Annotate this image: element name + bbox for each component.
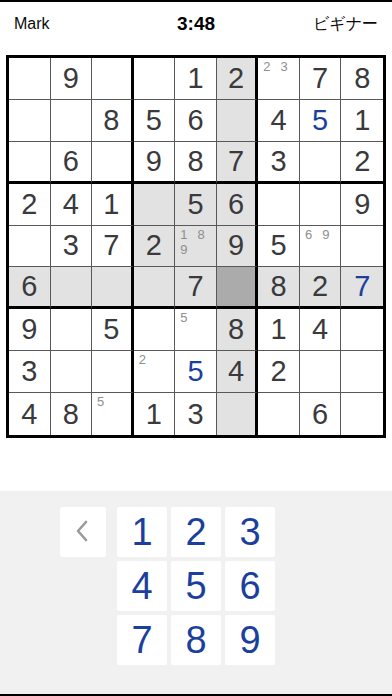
user-digit: 5 <box>312 106 328 135</box>
given-digit: 3 <box>21 357 37 386</box>
cell-r2c2[interactable] <box>51 100 93 142</box>
cell-r7c8[interactable]: 4 <box>300 309 342 351</box>
cell-r2c4[interactable]: 5 <box>134 100 176 142</box>
number-pad: 123456789 <box>117 507 275 665</box>
given-digit: 9 <box>21 315 37 344</box>
cell-r5c1[interactable] <box>9 226 51 268</box>
given-digit: 1 <box>271 315 287 344</box>
cell-r8c9[interactable] <box>341 351 383 393</box>
pencil-marks: 189 <box>175 226 216 267</box>
cell-r3c8[interactable] <box>300 142 342 184</box>
given-digit: 2 <box>271 357 287 386</box>
given-digit: 4 <box>228 357 244 386</box>
given-digit: 1 <box>103 190 119 219</box>
given-digit: 9 <box>146 147 162 176</box>
cell-r4c8[interactable] <box>300 184 342 226</box>
given-digit: 6 <box>312 400 328 429</box>
cell-r9c9[interactable] <box>341 393 383 435</box>
cell-r2c7[interactable]: 4 <box>258 100 300 142</box>
cell-r9c7[interactable] <box>258 393 300 435</box>
cell-r6c4[interactable] <box>134 267 176 309</box>
given-digit: 1 <box>146 400 162 429</box>
cell-r7c5[interactable]: 5 <box>175 309 217 351</box>
cell-r1c3[interactable] <box>92 58 134 100</box>
cell-r8c2[interactable] <box>51 351 93 393</box>
cell-r8c3[interactable] <box>92 351 134 393</box>
cell-r2c5[interactable]: 6 <box>175 100 217 142</box>
keypad-7-button[interactable]: 7 <box>117 615 167 665</box>
given-digit: 4 <box>63 190 79 219</box>
cell-r8c8[interactable] <box>300 351 342 393</box>
cell-r6c6[interactable] <box>217 267 259 309</box>
cell-r4c4[interactable] <box>134 184 176 226</box>
cell-r8c7[interactable]: 2 <box>258 351 300 393</box>
cell-r1c1[interactable] <box>9 58 51 100</box>
cell-r5c6[interactable]: 9 <box>217 226 259 268</box>
cell-r9c4[interactable]: 1 <box>134 393 176 435</box>
pencil-marks: 5 <box>175 309 216 350</box>
cell-r3c2[interactable]: 6 <box>51 142 93 184</box>
given-digit: 3 <box>187 400 203 429</box>
given-digit: 7 <box>312 64 328 93</box>
keypad-4-button[interactable]: 4 <box>117 561 167 611</box>
cell-r9c2[interactable]: 8 <box>51 393 93 435</box>
keypad-5-button[interactable]: 5 <box>171 561 221 611</box>
keypad-1-button[interactable]: 1 <box>117 507 167 557</box>
cell-r5c5[interactable]: 189 <box>175 226 217 268</box>
cell-r7c6[interactable]: 8 <box>217 309 259 351</box>
cell-r2c8[interactable]: 5 <box>300 100 342 142</box>
pencil-marks: 23 <box>258 58 299 99</box>
chevron-left-icon <box>73 517 93 548</box>
given-digit: 4 <box>312 315 328 344</box>
cell-r2c9[interactable]: 1 <box>341 100 383 142</box>
cell-r5c8[interactable]: 69 <box>300 226 342 268</box>
keypad-2-button[interactable]: 2 <box>171 507 221 557</box>
given-digit: 4 <box>271 106 287 135</box>
cell-r6c8[interactable]: 2 <box>300 267 342 309</box>
cell-r7c2[interactable] <box>51 309 93 351</box>
cell-r4c9[interactable]: 9 <box>341 184 383 226</box>
given-digit: 8 <box>103 106 119 135</box>
cell-r4c3[interactable]: 1 <box>92 184 134 226</box>
cell-r1c9[interactable]: 8 <box>341 58 383 100</box>
cell-r1c6[interactable]: 2 <box>217 58 259 100</box>
cell-r3c4[interactable]: 9 <box>134 142 176 184</box>
pencil-marks: 69 <box>300 226 341 267</box>
nav-bar: Mark 3:48 ビギナー <box>0 2 392 46</box>
cell-r7c9[interactable] <box>341 309 383 351</box>
given-digit: 3 <box>271 147 287 176</box>
given-digit: 5 <box>187 190 203 219</box>
cell-r4c5[interactable]: 5 <box>175 184 217 226</box>
pencil-marks: 5 <box>92 393 131 435</box>
cell-r5c9[interactable] <box>341 226 383 268</box>
given-digit: 2 <box>21 190 37 219</box>
given-digit: 8 <box>187 147 203 176</box>
given-digit: 2 <box>228 64 244 93</box>
cell-r9c1[interactable]: 4 <box>9 393 51 435</box>
cell-r3c6[interactable]: 7 <box>217 142 259 184</box>
cell-r8c4[interactable]: 2 <box>134 351 176 393</box>
cell-r6c1[interactable]: 6 <box>9 267 51 309</box>
cell-r7c7[interactable]: 1 <box>258 309 300 351</box>
sudoku-app-screen: Mark 3:48 ビギナー 9122378856451698732241569… <box>0 0 392 696</box>
cell-r3c5[interactable]: 8 <box>175 142 217 184</box>
given-digit: 9 <box>354 190 370 219</box>
given-digit: 2 <box>354 147 370 176</box>
given-digit: 8 <box>354 64 370 93</box>
pencil-marks: 2 <box>134 351 175 392</box>
given-digit: 1 <box>187 64 203 93</box>
keypad-6-button[interactable]: 6 <box>225 561 275 611</box>
given-digit: 9 <box>228 231 244 260</box>
given-digit: 7 <box>103 231 119 260</box>
cell-r5c4[interactable]: 2 <box>134 226 176 268</box>
cell-r7c1[interactable]: 9 <box>9 309 51 351</box>
cell-r7c4[interactable] <box>134 309 176 351</box>
cell-r9c5[interactable]: 3 <box>175 393 217 435</box>
cell-r8c6[interactable]: 4 <box>217 351 259 393</box>
given-digit: 9 <box>63 64 79 93</box>
cell-r5c3[interactable]: 7 <box>92 226 134 268</box>
cell-r6c7[interactable]: 8 <box>258 267 300 309</box>
given-digit: 6 <box>21 272 37 301</box>
cell-r2c6[interactable] <box>217 100 259 142</box>
cell-r1c8[interactable]: 7 <box>300 58 342 100</box>
cell-r7c3[interactable]: 5 <box>92 309 134 351</box>
keypad-panel: 123456789 <box>0 491 392 694</box>
sudoku-board: 9122378856451698732241569372189956967827… <box>6 55 386 438</box>
cell-r5c7[interactable]: 5 <box>258 226 300 268</box>
given-digit: 7 <box>228 147 244 176</box>
keypad-3-button[interactable]: 3 <box>225 507 275 557</box>
cell-r6c5[interactable]: 7 <box>175 267 217 309</box>
given-digit: 5 <box>146 106 162 135</box>
given-digit: 8 <box>63 400 79 429</box>
given-digit: 5 <box>271 231 287 260</box>
cell-r4c6[interactable]: 6 <box>217 184 259 226</box>
keypad-8-button[interactable]: 8 <box>171 615 221 665</box>
cell-r1c4[interactable] <box>134 58 176 100</box>
cell-r6c9[interactable]: 7 <box>341 267 383 309</box>
cell-r6c2[interactable] <box>51 267 93 309</box>
given-digit: 6 <box>228 190 244 219</box>
cell-r9c6[interactable] <box>217 393 259 435</box>
given-digit: 6 <box>187 106 203 135</box>
cell-r1c5[interactable]: 1 <box>175 58 217 100</box>
cell-r3c7[interactable]: 3 <box>258 142 300 184</box>
given-digit: 5 <box>103 315 119 344</box>
cell-r8c1[interactable]: 3 <box>9 351 51 393</box>
cell-r1c7[interactable]: 23 <box>258 58 300 100</box>
given-digit: 2 <box>312 272 328 301</box>
cell-r5c2[interactable]: 3 <box>51 226 93 268</box>
cell-r3c1[interactable] <box>9 142 51 184</box>
given-digit: 8 <box>228 315 244 344</box>
cell-r8c5[interactable]: 5 <box>175 351 217 393</box>
cell-r3c3[interactable] <box>92 142 134 184</box>
cell-r1c2[interactable]: 9 <box>51 58 93 100</box>
user-digit: 5 <box>187 357 203 386</box>
keypad-row: 123456789 <box>60 507 275 665</box>
cell-r2c3[interactable]: 8 <box>92 100 134 142</box>
cell-r2c1[interactable] <box>9 100 51 142</box>
given-digit: 1 <box>354 106 370 135</box>
given-digit: 3 <box>63 231 79 260</box>
given-digit: 4 <box>21 400 37 429</box>
difficulty-button[interactable]: ビギナー <box>313 14 378 35</box>
cell-r4c1[interactable]: 2 <box>9 184 51 226</box>
cell-r9c8[interactable]: 6 <box>300 393 342 435</box>
given-digit: 2 <box>146 231 162 260</box>
cell-r4c7[interactable] <box>258 184 300 226</box>
keypad-9-button[interactable]: 9 <box>225 615 275 665</box>
given-digit: 7 <box>187 272 203 301</box>
undo-back-button[interactable] <box>60 507 106 557</box>
cell-r4c2[interactable]: 4 <box>51 184 93 226</box>
given-digit: 8 <box>271 272 287 301</box>
cell-r3c9[interactable]: 2 <box>341 142 383 184</box>
cell-r6c3[interactable] <box>92 267 134 309</box>
cell-r9c3[interactable]: 5 <box>92 393 134 435</box>
user-digit: 7 <box>354 272 370 301</box>
given-digit: 6 <box>63 147 79 176</box>
